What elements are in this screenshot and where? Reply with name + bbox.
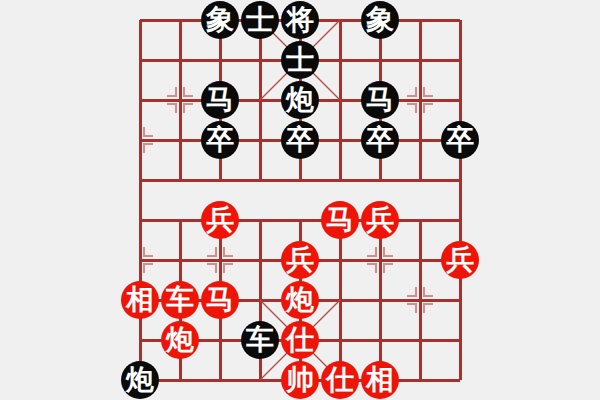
- piece-black-elephant[interactable]: 象: [201, 1, 239, 39]
- piece-black-advisor[interactable]: 士: [281, 41, 319, 79]
- piece-red-horse[interactable]: 马: [201, 281, 239, 319]
- piece-red-advisor[interactable]: 仕: [321, 361, 359, 399]
- piece-black-soldier[interactable]: 卒: [281, 121, 319, 159]
- piece-black-soldier[interactable]: 卒: [201, 121, 239, 159]
- xiangqi-board[interactable]: 象士将象士马炮马卒卒卒卒兵马兵兵兵相车马炮炮车仕炮帅仕相: [120, 0, 480, 400]
- piece-red-soldier[interactable]: 兵: [361, 201, 399, 239]
- piece-black-soldier[interactable]: 卒: [441, 121, 479, 159]
- piece-red-elephant[interactable]: 相: [361, 361, 399, 399]
- piece-black-soldier[interactable]: 卒: [361, 121, 399, 159]
- piece-red-horse[interactable]: 马: [321, 201, 359, 239]
- piece-red-chariot[interactable]: 车: [161, 281, 199, 319]
- xiangqi-screenshot: 象士将象士马炮马卒卒卒卒兵马兵兵兵相车马炮炮车仕炮帅仕相: [0, 0, 600, 400]
- piece-black-elephant[interactable]: 象: [361, 1, 399, 39]
- piece-black-general[interactable]: 将: [281, 1, 319, 39]
- piece-black-cannon[interactable]: 炮: [121, 361, 159, 399]
- piece-red-advisor[interactable]: 仕: [281, 321, 319, 359]
- piece-black-cannon[interactable]: 炮: [281, 81, 319, 119]
- piece-black-chariot[interactable]: 车: [241, 321, 279, 359]
- piece-red-cannon[interactable]: 炮: [161, 321, 199, 359]
- piece-black-horse[interactable]: 马: [361, 81, 399, 119]
- piece-red-general[interactable]: 帅: [281, 361, 319, 399]
- piece-red-soldier[interactable]: 兵: [441, 241, 479, 279]
- piece-red-elephant[interactable]: 相: [121, 281, 159, 319]
- piece-red-soldier[interactable]: 兵: [281, 241, 319, 279]
- piece-black-horse[interactable]: 马: [201, 81, 239, 119]
- board-intersections[interactable]: 象士将象士马炮马卒卒卒卒兵马兵兵兵相车马炮炮车仕炮帅仕相: [120, 0, 480, 400]
- piece-red-soldier[interactable]: 兵: [201, 201, 239, 239]
- piece-red-cannon[interactable]: 炮: [281, 281, 319, 319]
- piece-black-advisor[interactable]: 士: [241, 1, 279, 39]
